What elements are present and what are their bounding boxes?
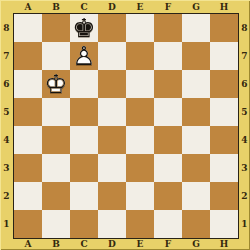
square-a8[interactable]: [14, 14, 42, 42]
square-h4[interactable]: [210, 126, 238, 154]
square-h3[interactable]: [210, 154, 238, 182]
square-b1[interactable]: [42, 210, 70, 238]
square-e4[interactable]: [126, 126, 154, 154]
square-b7[interactable]: [42, 42, 70, 70]
coord-label-left-8: 8: [0, 14, 13, 42]
coord-label-top-g: G: [182, 0, 210, 13]
square-a4[interactable]: [14, 126, 42, 154]
square-d5[interactable]: [98, 98, 126, 126]
square-a3[interactable]: [14, 154, 42, 182]
coord-label-bottom-g: G: [182, 238, 210, 250]
coord-label-top-e: E: [126, 0, 154, 13]
chess-board: ♚♟♙♚♔: [13, 13, 239, 239]
square-c2[interactable]: [70, 182, 98, 210]
coord-label-left-7: 7: [0, 42, 13, 70]
coord-label-left-3: 3: [0, 154, 13, 182]
coord-label-bottom-b: B: [42, 238, 70, 250]
square-g6[interactable]: [182, 70, 210, 98]
square-g8[interactable]: [182, 14, 210, 42]
square-e1[interactable]: [126, 210, 154, 238]
square-g5[interactable]: [182, 98, 210, 126]
square-f4[interactable]: [154, 126, 182, 154]
coord-label-top-a: A: [14, 0, 42, 13]
square-f8[interactable]: [154, 14, 182, 42]
white-king[interactable]: ♚♔: [42, 70, 70, 98]
square-c5[interactable]: [70, 98, 98, 126]
square-b3[interactable]: [42, 154, 70, 182]
coord-label-left-5: 5: [0, 98, 13, 126]
square-h8[interactable]: [210, 14, 238, 42]
square-h5[interactable]: [210, 98, 238, 126]
square-e6[interactable]: [126, 70, 154, 98]
square-f1[interactable]: [154, 210, 182, 238]
square-b4[interactable]: [42, 126, 70, 154]
square-e2[interactable]: [126, 182, 154, 210]
coord-label-right-5: 5: [239, 98, 250, 126]
chess-board-frame: ♚♟♙♚♔ ABCDEFGHABCDEFGH8765432187654321: [0, 0, 250, 250]
square-d4[interactable]: [98, 126, 126, 154]
square-f2[interactable]: [154, 182, 182, 210]
square-f7[interactable]: [154, 42, 182, 70]
coord-label-right-2: 2: [239, 182, 250, 210]
square-c3[interactable]: [70, 154, 98, 182]
square-d1[interactable]: [98, 210, 126, 238]
square-h1[interactable]: [210, 210, 238, 238]
coord-label-left-2: 2: [0, 182, 13, 210]
square-b2[interactable]: [42, 182, 70, 210]
square-c6[interactable]: [70, 70, 98, 98]
square-e7[interactable]: [126, 42, 154, 70]
square-b5[interactable]: [42, 98, 70, 126]
coord-label-bottom-f: F: [154, 238, 182, 250]
coord-label-right-6: 6: [239, 70, 250, 98]
square-a1[interactable]: [14, 210, 42, 238]
square-e8[interactable]: [126, 14, 154, 42]
coord-label-bottom-h: H: [210, 238, 238, 250]
square-c7[interactable]: ♟♙: [70, 42, 98, 70]
square-a5[interactable]: [14, 98, 42, 126]
coord-label-bottom-e: E: [126, 238, 154, 250]
square-f3[interactable]: [154, 154, 182, 182]
white-king-glyph: ♔: [42, 70, 70, 98]
square-d6[interactable]: [98, 70, 126, 98]
coord-label-right-3: 3: [239, 154, 250, 182]
square-g1[interactable]: [182, 210, 210, 238]
coord-label-right-1: 1: [239, 210, 250, 238]
coord-label-top-c: C: [70, 0, 98, 13]
coord-label-top-b: B: [42, 0, 70, 13]
square-c1[interactable]: [70, 210, 98, 238]
square-g3[interactable]: [182, 154, 210, 182]
coord-label-left-6: 6: [0, 70, 13, 98]
square-c8[interactable]: ♚: [70, 14, 98, 42]
square-e3[interactable]: [126, 154, 154, 182]
coord-label-right-7: 7: [239, 42, 250, 70]
square-c4[interactable]: [70, 126, 98, 154]
square-a7[interactable]: [14, 42, 42, 70]
square-d2[interactable]: [98, 182, 126, 210]
square-g4[interactable]: [182, 126, 210, 154]
square-h7[interactable]: [210, 42, 238, 70]
coord-label-top-h: H: [210, 0, 238, 13]
square-f5[interactable]: [154, 98, 182, 126]
coord-label-bottom-c: C: [70, 238, 98, 250]
white-pawn[interactable]: ♟♙: [70, 42, 98, 70]
square-b8[interactable]: [42, 14, 70, 42]
coord-label-right-8: 8: [239, 14, 250, 42]
coord-label-right-4: 4: [239, 126, 250, 154]
square-d8[interactable]: [98, 14, 126, 42]
coord-label-top-f: F: [154, 0, 182, 13]
square-g7[interactable]: [182, 42, 210, 70]
square-h6[interactable]: [210, 70, 238, 98]
square-h2[interactable]: [210, 182, 238, 210]
square-a2[interactable]: [14, 182, 42, 210]
white-pawn-glyph: ♙: [70, 42, 98, 70]
square-a6[interactable]: [14, 70, 42, 98]
square-e5[interactable]: [126, 98, 154, 126]
coord-label-left-4: 4: [0, 126, 13, 154]
coord-label-top-d: D: [98, 0, 126, 13]
square-b6[interactable]: ♚♔: [42, 70, 70, 98]
coord-label-bottom-a: A: [14, 238, 42, 250]
square-f6[interactable]: [154, 70, 182, 98]
square-d7[interactable]: [98, 42, 126, 70]
coord-label-left-1: 1: [0, 210, 13, 238]
square-d3[interactable]: [98, 154, 126, 182]
black-king[interactable]: ♚: [70, 14, 98, 42]
square-g2[interactable]: [182, 182, 210, 210]
coord-label-bottom-d: D: [98, 238, 126, 250]
